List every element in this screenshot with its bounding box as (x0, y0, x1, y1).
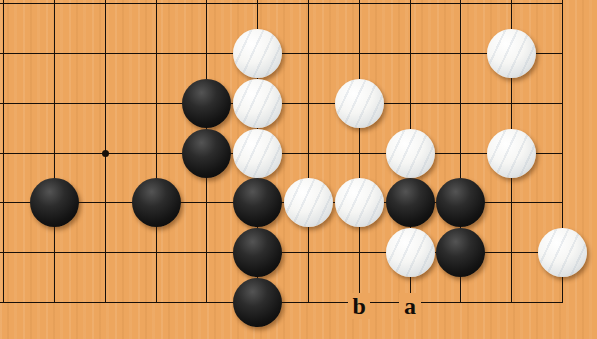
white-stone-r2-c5 (233, 79, 282, 128)
black-stone-r4-c3 (132, 178, 181, 227)
white-stone-r5-c8 (386, 228, 435, 277)
black-stone-r3-c4 (182, 129, 231, 178)
white-stone-r3-c10 (487, 129, 536, 178)
point-label-b[interactable]: b (348, 293, 370, 319)
black-stone-r4-c1 (30, 178, 79, 227)
go-board[interactable]: ba (0, 0, 597, 339)
black-stone-r5-c9 (436, 228, 485, 277)
grid-line-horizontal-0 (0, 3, 563, 4)
white-stone-r3-c8 (386, 129, 435, 178)
grid-line-vertical-1 (54, 0, 55, 303)
grid-line-vertical-0 (3, 0, 4, 303)
point-label-a[interactable]: a (399, 293, 421, 319)
white-stone-r1-c5 (233, 29, 282, 78)
hoshi-point (102, 150, 109, 157)
white-stone-r4-c6 (284, 178, 333, 227)
screenshot-root: ba (0, 0, 597, 339)
black-stone-r2-c4 (182, 79, 231, 128)
black-stone-r5-c5 (233, 228, 282, 277)
grid-line-vertical-6 (308, 0, 309, 303)
grid-line-vertical-3 (156, 0, 157, 303)
white-stone-r3-c5 (233, 129, 282, 178)
grid-line-vertical-7 (359, 0, 360, 303)
white-stone-r4-c7 (335, 178, 384, 227)
white-stone-r1-c10 (487, 29, 536, 78)
black-stone-r4-c8 (386, 178, 435, 227)
white-stone-r5-c11 (538, 228, 587, 277)
black-stone-r6-c5 (233, 278, 282, 327)
black-stone-r4-c5 (233, 178, 282, 227)
white-stone-r2-c7 (335, 79, 384, 128)
black-stone-r4-c9 (436, 178, 485, 227)
